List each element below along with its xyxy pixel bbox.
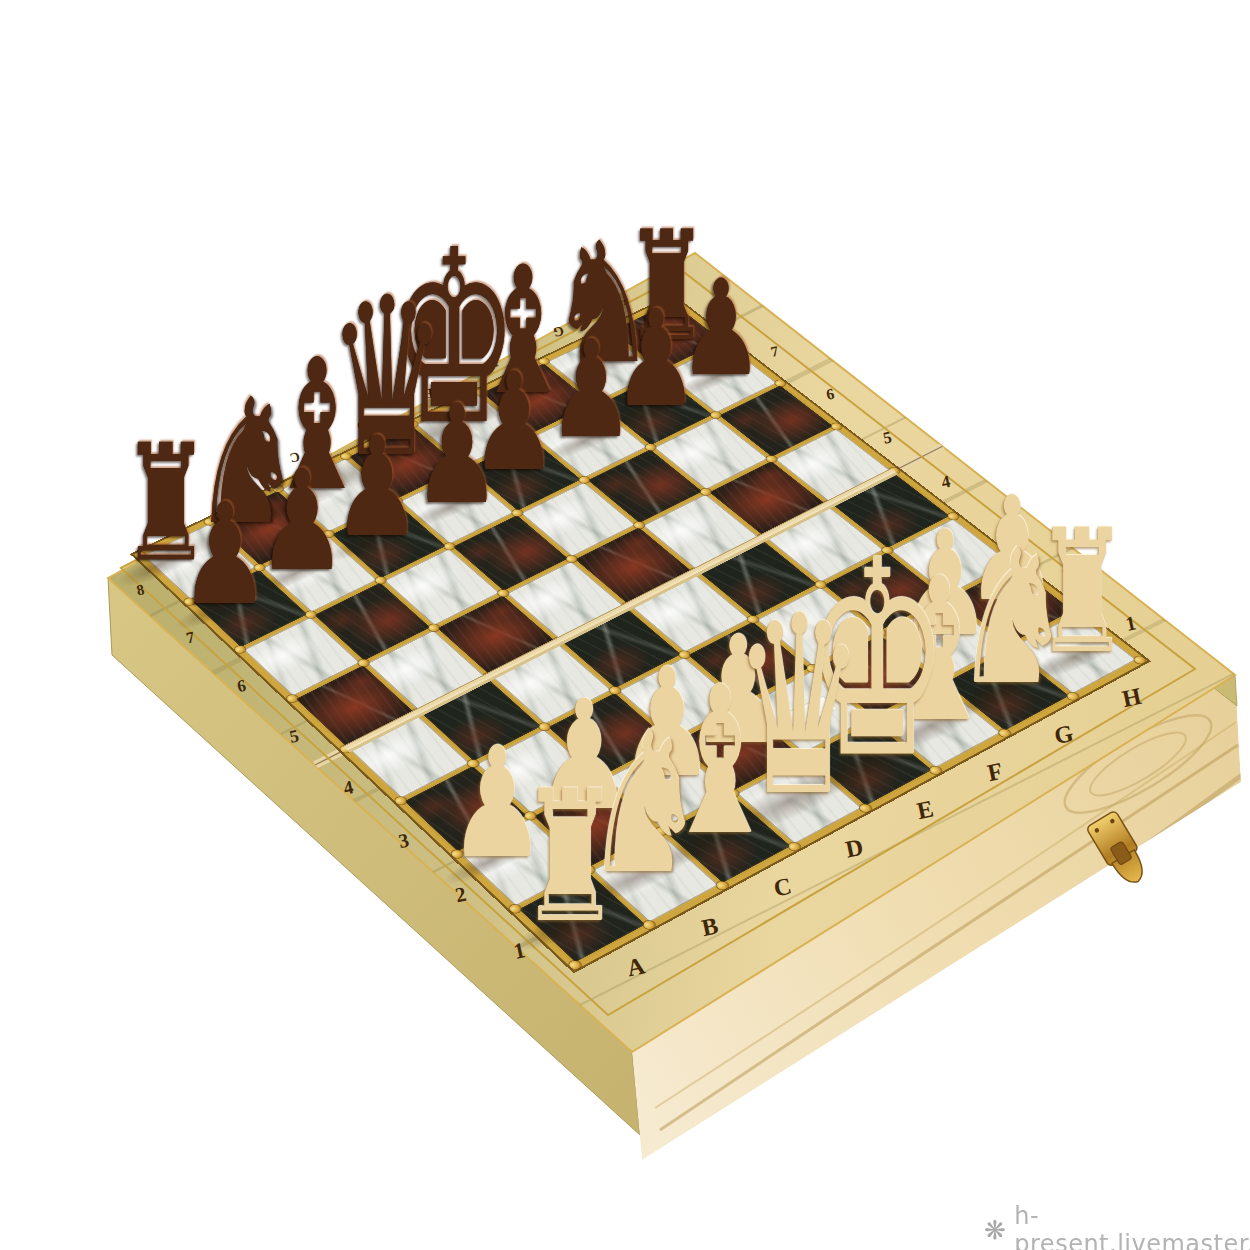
- file-label-far-e: E: [423, 385, 435, 402]
- watermark-icon: ❋: [984, 1215, 1006, 1245]
- file-label-far-b: B: [221, 482, 233, 499]
- product-photo-chess-set: AABBCCDDEEFFGGHH1122334455667788 ♜♞♝♛♚♝♞…: [0, 0, 1250, 1250]
- file-label-far-c: C: [289, 449, 302, 466]
- watermark: ❋ h-present.livemaster.ru: [984, 1202, 1250, 1250]
- watermark-text: h-present.livemaster.ru: [1014, 1202, 1250, 1250]
- file-label-far-a: A: [152, 514, 165, 531]
- file-label-far-d: D: [356, 417, 369, 434]
